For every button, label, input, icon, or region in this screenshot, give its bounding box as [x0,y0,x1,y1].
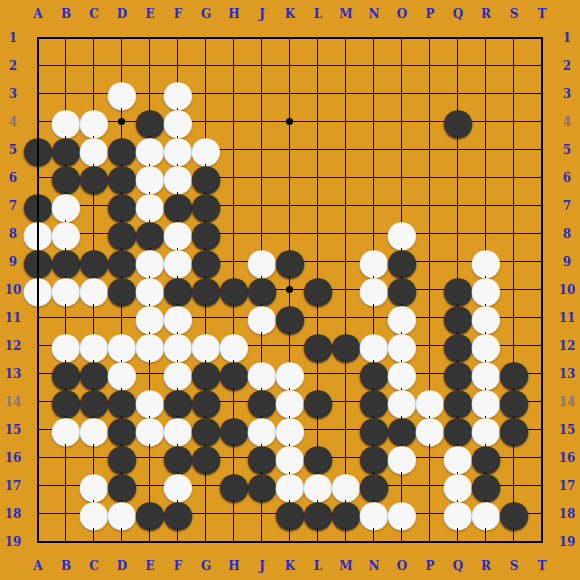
col-label-bottom-S: S [500,553,528,579]
intersection-H8[interactable] [220,220,248,248]
row-label-left-13: 13 [0,360,26,388]
intersection-T6[interactable] [528,164,556,192]
col-label-bottom-C: C [80,553,108,579]
black-stone-J17: ● [248,472,276,500]
intersection-S18[interactable]: ● [500,500,528,528]
intersection-R1[interactable] [472,24,500,52]
col-label-bottom-O: O [388,553,416,579]
col-label-bottom-A: A [24,553,52,579]
intersection-O6[interactable] [388,164,416,192]
intersection-R2[interactable] [472,52,500,80]
intersection-R5[interactable] [472,136,500,164]
intersection-S3[interactable] [500,80,528,108]
intersection-L1[interactable] [304,24,332,52]
intersection-E15[interactable]: ● [136,416,164,444]
intersection-O4[interactable] [388,108,416,136]
intersection-S2[interactable] [500,52,528,80]
col-label-bottom-G: G [192,553,220,579]
intersection-P4[interactable] [416,108,444,136]
intersection-S10[interactable] [500,276,528,304]
white-stone-N10: ● [360,276,388,304]
intersection-Q7[interactable] [444,192,472,220]
row-label-right-16: 16 [554,444,580,472]
black-stone-K11: ● [276,304,304,332]
intersection-M3[interactable] [332,80,360,108]
intersection-E1[interactable] [136,24,164,52]
intersection-G3[interactable] [192,80,220,108]
intersection-G10[interactable]: ● [192,276,220,304]
star-point-K10 [286,286,293,293]
white-stone-P15: ● [416,416,444,444]
black-stone-L12: ● [304,332,332,360]
intersection-A13[interactable] [24,360,52,388]
intersection-J19[interactable] [248,528,276,556]
intersection-P17[interactable] [416,472,444,500]
intersection-H4[interactable] [220,108,248,136]
intersection-B17[interactable] [52,472,80,500]
row-label-right-6: 6 [554,164,580,192]
black-stone-S18: ● [500,500,528,528]
black-stone-K9: ● [276,248,304,276]
intersection-L2[interactable] [304,52,332,80]
intersection-J1[interactable] [248,24,276,52]
intersection-Q19[interactable] [444,528,472,556]
intersection-M1[interactable] [332,24,360,52]
intersection-T16[interactable] [528,444,556,472]
row-label-right-14: 14 [554,388,580,416]
intersection-N10[interactable]: ● [360,276,388,304]
intersection-S15[interactable]: ● [500,416,528,444]
intersection-K4[interactable] [276,108,304,136]
intersection-G17[interactable] [192,472,220,500]
intersection-A10[interactable]: ● [24,276,52,304]
star-point-D4 [118,118,125,125]
intersection-D1[interactable] [108,24,136,52]
intersection-K11[interactable]: ● [276,304,304,332]
intersection-T17[interactable] [528,472,556,500]
row-label-right-4: 4 [554,108,580,136]
intersection-J6[interactable] [248,164,276,192]
intersection-Q1[interactable] [444,24,472,52]
intersection-H19[interactable] [220,528,248,556]
white-stone-N18: ● [360,500,388,528]
intersection-A2[interactable] [24,52,52,80]
intersection-T19[interactable] [528,528,556,556]
col-label-bottom-K: K [276,553,304,579]
intersection-P1[interactable] [416,24,444,52]
intersection-F1[interactable] [164,24,192,52]
intersection-H3[interactable] [220,80,248,108]
go-board-grid: ●●●●●●●●●●●●●●●●●●●●●●●●●●●●●●●●●●●●●●●●… [24,24,556,556]
intersection-K2[interactable] [276,52,304,80]
intersection-D3[interactable]: ● [108,80,136,108]
intersection-P10[interactable] [416,276,444,304]
intersection-A5[interactable]: ● [24,136,52,164]
intersection-T4[interactable] [528,108,556,136]
intersection-K1[interactable] [276,24,304,52]
white-stone-E12: ● [136,332,164,360]
col-label-bottom-N: N [360,553,388,579]
row-label-right-3: 3 [554,80,580,108]
col-label-bottom-P: P [416,553,444,579]
star-point-K4 [286,118,293,125]
row-labels-right: 12345678910111213141516171819 [554,24,580,556]
black-stone-M18: ● [332,500,360,528]
intersection-F18[interactable]: ● [164,500,192,528]
col-label-bottom-F: F [164,553,192,579]
row-label-left-18: 18 [0,500,26,528]
intersection-S7[interactable] [500,192,528,220]
intersection-L5[interactable] [304,136,332,164]
intersection-P18[interactable] [416,500,444,528]
intersection-Q8[interactable] [444,220,472,248]
row-label-right-12: 12 [554,332,580,360]
col-label-bottom-D: D [108,553,136,579]
row-label-right-18: 18 [554,500,580,528]
intersection-A11[interactable] [24,304,52,332]
intersection-R18[interactable]: ● [472,500,500,528]
col-label-bottom-L: L [304,553,332,579]
col-label-bottom-J: J [248,553,276,579]
intersection-J4[interactable] [248,108,276,136]
intersection-K5[interactable] [276,136,304,164]
intersection-T18[interactable] [528,500,556,528]
black-stone-L10: ● [304,276,332,304]
intersection-M6[interactable] [332,164,360,192]
intersection-H6[interactable] [220,164,248,192]
intersection-M9[interactable] [332,248,360,276]
intersection-L14[interactable]: ● [304,388,332,416]
intersection-L7[interactable] [304,192,332,220]
col-label-bottom-R: R [472,553,500,579]
black-stone-A5: ● [24,136,52,164]
intersection-S6[interactable] [500,164,528,192]
intersection-M10[interactable] [332,276,360,304]
white-stone-C10: ● [80,276,108,304]
intersection-T8[interactable] [528,220,556,248]
intersection-T14[interactable] [528,388,556,416]
row-label-right-2: 2 [554,52,580,80]
intersection-R4[interactable] [472,108,500,136]
white-stone-B15: ● [52,416,80,444]
black-stone-H17: ● [220,472,248,500]
intersection-N3[interactable] [360,80,388,108]
intersection-M2[interactable] [332,52,360,80]
intersection-K9[interactable]: ● [276,248,304,276]
intersection-C6[interactable]: ● [80,164,108,192]
intersection-K19[interactable] [276,528,304,556]
white-stone-J11: ● [248,304,276,332]
black-stone-Q4: ● [444,108,472,136]
intersection-P7[interactable] [416,192,444,220]
intersection-L18[interactable]: ● [304,500,332,528]
intersection-O1[interactable] [388,24,416,52]
intersection-T5[interactable] [528,136,556,164]
intersection-P6[interactable] [416,164,444,192]
intersection-N4[interactable] [360,108,388,136]
intersection-L3[interactable] [304,80,332,108]
row-label-right-1: 1 [554,24,580,52]
intersection-O18[interactable]: ● [388,500,416,528]
intersection-S9[interactable] [500,248,528,276]
intersection-D10[interactable]: ● [108,276,136,304]
intersection-P11[interactable] [416,304,444,332]
col-label-bottom-B: B [52,553,80,579]
intersection-E18[interactable]: ● [136,500,164,528]
intersection-Q2[interactable] [444,52,472,80]
white-stone-C18: ● [80,500,108,528]
intersection-L8[interactable] [304,220,332,248]
intersection-E12[interactable]: ● [136,332,164,360]
row-label-left-15: 15 [0,416,26,444]
intersection-L19[interactable] [304,528,332,556]
intersection-A16[interactable] [24,444,52,472]
intersection-C10[interactable]: ● [80,276,108,304]
row-label-right-9: 9 [554,248,580,276]
col-label-bottom-H: H [220,553,248,579]
intersection-A12[interactable] [24,332,52,360]
intersection-E2[interactable] [136,52,164,80]
intersection-J11[interactable]: ● [248,304,276,332]
intersection-S8[interactable] [500,220,528,248]
intersection-P8[interactable] [416,220,444,248]
intersection-M18[interactable]: ● [332,500,360,528]
intersection-O3[interactable] [388,80,416,108]
row-label-left-16: 16 [0,444,26,472]
intersection-A17[interactable] [24,472,52,500]
intersection-B10[interactable]: ● [52,276,80,304]
black-stone-H10: ● [220,276,248,304]
intersection-M13[interactable] [332,360,360,388]
intersection-G1[interactable] [192,24,220,52]
col-label-bottom-T: T [528,553,556,579]
intersection-T11[interactable] [528,304,556,332]
row-label-right-17: 17 [554,472,580,500]
intersection-N6[interactable] [360,164,388,192]
intersection-T3[interactable] [528,80,556,108]
black-stone-C6: ● [80,164,108,192]
intersection-E16[interactable] [136,444,164,472]
intersection-L10[interactable]: ● [304,276,332,304]
intersection-S19[interactable] [500,528,528,556]
intersection-P2[interactable] [416,52,444,80]
intersection-T9[interactable] [528,248,556,276]
intersection-S11[interactable] [500,304,528,332]
row-label-right-7: 7 [554,192,580,220]
intersection-J7[interactable] [248,192,276,220]
intersection-R3[interactable] [472,80,500,108]
intersection-K3[interactable] [276,80,304,108]
intersection-A3[interactable] [24,80,52,108]
intersection-K18[interactable]: ● [276,500,304,528]
intersection-C1[interactable] [80,24,108,52]
row-label-left-1: 1 [0,24,26,52]
intersection-T12[interactable] [528,332,556,360]
intersection-M14[interactable] [332,388,360,416]
intersection-F19[interactable] [164,528,192,556]
col-label-bottom-M: M [332,553,360,579]
intersection-A19[interactable] [24,528,52,556]
intersection-Q5[interactable] [444,136,472,164]
intersection-T15[interactable] [528,416,556,444]
black-stone-H15: ● [220,416,248,444]
intersection-J2[interactable] [248,52,276,80]
intersection-M7[interactable] [332,192,360,220]
white-stone-D3: ● [108,80,136,108]
intersection-A15[interactable] [24,416,52,444]
black-stone-H13: ● [220,360,248,388]
intersection-B16[interactable] [52,444,80,472]
intersection-H2[interactable] [220,52,248,80]
intersection-D18[interactable]: ● [108,500,136,528]
intersection-J5[interactable] [248,136,276,164]
white-stone-D18: ● [108,500,136,528]
intersection-J3[interactable] [248,80,276,108]
intersection-L4[interactable] [304,108,332,136]
intersection-C19[interactable] [80,528,108,556]
row-label-right-11: 11 [554,304,580,332]
black-stone-K18: ● [276,500,304,528]
intersection-G16[interactable]: ● [192,444,220,472]
intersection-O19[interactable] [388,528,416,556]
intersection-H7[interactable] [220,192,248,220]
col-label-bottom-E: E [136,553,164,579]
intersection-H5[interactable] [220,136,248,164]
intersection-S4[interactable] [500,108,528,136]
intersection-Q6[interactable] [444,164,472,192]
col-label-bottom-Q: Q [444,553,472,579]
intersection-M5[interactable] [332,136,360,164]
row-label-right-13: 13 [554,360,580,388]
row-label-right-15: 15 [554,416,580,444]
intersection-M4[interactable] [332,108,360,136]
intersection-N19[interactable] [360,528,388,556]
intersection-N1[interactable] [360,24,388,52]
row-label-right-8: 8 [554,220,580,248]
column-labels-bottom: ABCDEFGHJKLMNOPQRST [24,553,556,579]
intersection-N2[interactable] [360,52,388,80]
white-stone-O16: ● [388,444,416,472]
intersection-R6[interactable] [472,164,500,192]
intersection-B2[interactable] [52,52,80,80]
white-stone-B10: ● [52,276,80,304]
intersection-H13[interactable]: ● [220,360,248,388]
white-stone-R18: ● [472,500,500,528]
intersection-Q4[interactable]: ● [444,108,472,136]
intersection-K7[interactable] [276,192,304,220]
intersection-J18[interactable] [248,500,276,528]
intersection-A1[interactable] [24,24,52,52]
black-stone-G16: ● [192,444,220,472]
intersection-P5[interactable] [416,136,444,164]
intersection-M8[interactable] [332,220,360,248]
intersection-M19[interactable] [332,528,360,556]
intersection-B1[interactable] [52,24,80,52]
intersection-L12[interactable]: ● [304,332,332,360]
intersection-T13[interactable] [528,360,556,388]
intersection-P3[interactable] [416,80,444,108]
intersection-M15[interactable] [332,416,360,444]
intersection-C18[interactable]: ● [80,500,108,528]
intersection-H17[interactable]: ● [220,472,248,500]
intersection-O5[interactable] [388,136,416,164]
intersection-S5[interactable] [500,136,528,164]
intersection-L6[interactable] [304,164,332,192]
intersection-A14[interactable] [24,388,52,416]
black-stone-L18: ● [304,500,332,528]
intersection-N18[interactable]: ● [360,500,388,528]
intersection-G19[interactable] [192,528,220,556]
intersection-K6[interactable] [276,164,304,192]
intersection-C15[interactable]: ● [80,416,108,444]
row-label-left-2: 2 [0,52,26,80]
intersection-P15[interactable]: ● [416,416,444,444]
intersection-H1[interactable] [220,24,248,52]
intersection-O16[interactable]: ● [388,444,416,472]
intersection-N5[interactable] [360,136,388,164]
go-board-page: ABCDEFGHJKLMNOPQRST ABCDEFGHJKLMNOPQRST … [0,0,580,580]
row-label-left-14: 14 [0,388,26,416]
intersection-E19[interactable] [136,528,164,556]
white-stone-E15: ● [136,416,164,444]
intersection-J17[interactable]: ● [248,472,276,500]
intersection-H15[interactable]: ● [220,416,248,444]
intersection-S16[interactable] [500,444,528,472]
row-label-left-19: 19 [0,528,26,556]
row-label-right-5: 5 [554,136,580,164]
intersection-Q18[interactable]: ● [444,500,472,528]
intersection-M12[interactable]: ● [332,332,360,360]
intersection-T2[interactable] [528,52,556,80]
intersection-H18[interactable] [220,500,248,528]
row-label-left-3: 3 [0,80,26,108]
intersection-G2[interactable] [192,52,220,80]
intersection-R19[interactable] [472,528,500,556]
white-stone-O18: ● [388,500,416,528]
black-stone-G10: ● [192,276,220,304]
intersection-D19[interactable] [108,528,136,556]
intersection-G18[interactable] [192,500,220,528]
intersection-B19[interactable] [52,528,80,556]
white-stone-Q18: ● [444,500,472,528]
intersection-T7[interactable] [528,192,556,220]
intersection-N7[interactable] [360,192,388,220]
black-stone-L14: ● [304,388,332,416]
intersection-P19[interactable] [416,528,444,556]
intersection-H10[interactable]: ● [220,276,248,304]
row-label-right-10: 10 [554,276,580,304]
intersection-B18[interactable] [52,500,80,528]
black-stone-F18: ● [164,500,192,528]
intersection-T1[interactable] [528,24,556,52]
white-stone-C15: ● [80,416,108,444]
intersection-T10[interactable] [528,276,556,304]
intersection-A18[interactable] [24,500,52,528]
intersection-P9[interactable] [416,248,444,276]
intersection-O2[interactable] [388,52,416,80]
intersection-P16[interactable] [416,444,444,472]
intersection-S1[interactable] [500,24,528,52]
black-stone-D10: ● [108,276,136,304]
black-stone-M12: ● [332,332,360,360]
row-label-left-12: 12 [0,332,26,360]
intersection-P12[interactable] [416,332,444,360]
intersection-B15[interactable]: ● [52,416,80,444]
intersection-R7[interactable] [472,192,500,220]
intersection-C2[interactable] [80,52,108,80]
black-stone-E18: ● [136,500,164,528]
intersection-C7[interactable] [80,192,108,220]
